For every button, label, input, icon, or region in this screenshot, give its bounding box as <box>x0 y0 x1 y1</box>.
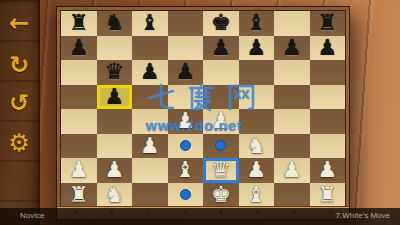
square-b2[interactable]: ♟ <box>97 158 133 183</box>
black-pawn-b5: ♟ <box>104 86 124 108</box>
square-f7[interactable]: ♟ <box>239 36 275 61</box>
back-arrow-icon: ← <box>9 9 29 37</box>
square-f8[interactable]: ♝ <box>239 11 275 36</box>
back-button[interactable]: ← <box>4 8 34 38</box>
sidebar: ←↻↺⚙ <box>0 0 40 225</box>
square-c5[interactable] <box>132 85 168 110</box>
black-knight-b8: ♞ <box>104 12 124 34</box>
black-bishop-f8: ♝ <box>246 12 266 34</box>
square-b6[interactable]: ♛ <box>97 60 133 85</box>
square-d8[interactable] <box>168 11 204 36</box>
square-a1[interactable]: ♜ <box>61 183 97 208</box>
rotate-clockwise-icon: ↻ <box>9 51 29 79</box>
square-c4[interactable] <box>132 109 168 134</box>
white-king-e1: ♚ <box>211 184 231 206</box>
square-f1[interactable]: ♝ <box>239 183 275 208</box>
square-a5[interactable] <box>61 85 97 110</box>
white-rook-a1: ♜ <box>69 184 89 206</box>
black-pawn-c6: ♟ <box>140 61 160 83</box>
square-c3[interactable]: ♟ <box>132 134 168 159</box>
square-b1[interactable]: ♞ <box>97 183 133 208</box>
square-a7[interactable]: ♟ <box>61 36 97 61</box>
square-d5[interactable] <box>168 85 204 110</box>
black-pawn-a7: ♟ <box>69 37 89 59</box>
square-c6[interactable]: ♟ <box>132 60 168 85</box>
white-knight-b1: ♞ <box>104 184 124 206</box>
square-g7[interactable]: ♟ <box>274 36 310 61</box>
chess-board: 87654321 ♜♞♝♚♝♜♟♟♟♟♟♛♟♟♟♟♟♟♞♟♟♝♛♟♟♟♜♞♚♝♜… <box>56 6 350 220</box>
difficulty-label: Novice <box>20 211 44 220</box>
rotate-counterclockwise-icon: ↺ <box>9 89 29 117</box>
white-pawn-e4: ♟ <box>211 110 231 132</box>
turn-indicator: 7.White's Move <box>336 211 390 220</box>
square-a6[interactable] <box>61 60 97 85</box>
legal-move-dot-e3 <box>215 140 226 151</box>
square-g5[interactable] <box>274 85 310 110</box>
white-pawn-c3: ♟ <box>140 135 160 157</box>
square-e8[interactable]: ♚ <box>203 11 239 36</box>
white-bishop-f1: ♝ <box>246 184 266 206</box>
white-pawn-d4: ♟ <box>175 110 195 132</box>
square-h5[interactable] <box>310 85 346 110</box>
square-e2[interactable]: ♛ <box>203 158 239 183</box>
black-rook-a8: ♜ <box>69 12 89 34</box>
white-bishop-d2: ♝ <box>175 159 195 181</box>
square-f3[interactable]: ♞ <box>239 134 275 159</box>
square-b5[interactable]: ♟ <box>97 85 133 110</box>
square-a2[interactable]: ♟ <box>61 158 97 183</box>
white-pawn-f2: ♟ <box>246 159 266 181</box>
undo-button[interactable]: ↺ <box>4 88 34 118</box>
black-pawn-h7: ♟ <box>317 37 337 59</box>
black-pawn-e7: ♟ <box>211 37 231 59</box>
white-pawn-a2: ♟ <box>69 159 89 181</box>
square-g3[interactable] <box>274 134 310 159</box>
white-pawn-h2: ♟ <box>317 159 337 181</box>
black-king-e8: ♚ <box>211 12 231 34</box>
square-d3[interactable] <box>168 134 204 159</box>
square-h4[interactable] <box>310 109 346 134</box>
square-c2[interactable] <box>132 158 168 183</box>
black-pawn-f7: ♟ <box>246 37 266 59</box>
chess-app-screen: ←↻↺⚙ 87654321 ♜♞♝♚♝♜♟♟♟♟♟♛♟♟♟♟♟♟♞♟♟♝♛♟♟♟… <box>0 0 400 225</box>
black-pawn-g7: ♟ <box>282 37 302 59</box>
new-game-button[interactable]: ↻ <box>4 50 34 80</box>
legal-move-dot-d1 <box>180 189 191 200</box>
square-f4[interactable] <box>239 109 275 134</box>
black-rook-h8: ♜ <box>317 12 337 34</box>
square-b4[interactable] <box>97 109 133 134</box>
square-h6[interactable] <box>310 60 346 85</box>
black-pawn-d6: ♟ <box>175 61 195 83</box>
square-g1[interactable] <box>274 183 310 208</box>
square-d4[interactable]: ♟ <box>168 109 204 134</box>
square-g4[interactable] <box>274 109 310 134</box>
square-g8[interactable] <box>274 11 310 36</box>
square-c8[interactable]: ♝ <box>132 11 168 36</box>
legal-move-dot-d3 <box>180 140 191 151</box>
white-pawn-b2: ♟ <box>104 159 124 181</box>
square-d2[interactable]: ♝ <box>168 158 204 183</box>
square-b8[interactable]: ♞ <box>97 11 133 36</box>
gear-icon: ⚙ <box>8 129 30 157</box>
square-e6[interactable] <box>203 60 239 85</box>
square-h7[interactable]: ♟ <box>310 36 346 61</box>
square-h1[interactable]: ♜ <box>310 183 346 208</box>
square-h8[interactable]: ♜ <box>310 11 346 36</box>
square-e1[interactable]: ♚ <box>203 183 239 208</box>
black-queen-b6: ♛ <box>104 61 124 83</box>
square-a4[interactable] <box>61 109 97 134</box>
white-rook-h1: ♜ <box>317 184 337 206</box>
black-bishop-c8: ♝ <box>140 12 160 34</box>
square-a8[interactable]: ♜ <box>61 11 97 36</box>
white-knight-f3: ♞ <box>246 135 266 157</box>
status-bar: Novice 7.White's Move <box>0 208 400 225</box>
square-c7[interactable] <box>132 36 168 61</box>
square-h3[interactable] <box>310 134 346 159</box>
square-b3[interactable] <box>97 134 133 159</box>
white-queen-e2: ♛ <box>211 159 231 181</box>
square-g6[interactable] <box>274 60 310 85</box>
square-f6[interactable] <box>239 60 275 85</box>
white-pawn-g2: ♟ <box>282 159 302 181</box>
square-e4[interactable]: ♟ <box>203 109 239 134</box>
square-g2[interactable]: ♟ <box>274 158 310 183</box>
board-grid: ♜♞♝♚♝♜♟♟♟♟♟♛♟♟♟♟♟♟♞♟♟♝♛♟♟♟♜♞♚♝♜ <box>61 11 345 207</box>
square-f2[interactable]: ♟ <box>239 158 275 183</box>
square-a3[interactable] <box>61 134 97 159</box>
square-d7[interactable] <box>168 36 204 61</box>
settings-button[interactable]: ⚙ <box>4 128 34 158</box>
square-h2[interactable]: ♟ <box>310 158 346 183</box>
square-e7[interactable]: ♟ <box>203 36 239 61</box>
square-d6[interactable]: ♟ <box>168 60 204 85</box>
square-f5[interactable] <box>239 85 275 110</box>
square-e3[interactable] <box>203 134 239 159</box>
square-b7[interactable] <box>97 36 133 61</box>
square-c1[interactable] <box>132 183 168 208</box>
square-d1[interactable] <box>168 183 204 208</box>
square-e5[interactable] <box>203 85 239 110</box>
